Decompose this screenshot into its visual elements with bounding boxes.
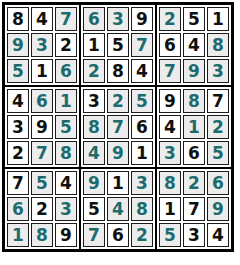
cell-r1c1[interactable]: 8 (7, 7, 29, 31)
cell-r5c5[interactable]: 7 (107, 115, 129, 139)
cell-r7c1[interactable]: 7 (7, 171, 29, 195)
cell-r5c7[interactable]: 4 (159, 115, 181, 139)
cell-r6c8[interactable]: 6 (183, 141, 205, 165)
cell-r4c8[interactable]: 8 (183, 89, 205, 113)
cell-r1c4[interactable]: 6 (83, 7, 105, 31)
cell-r8c2[interactable]: 2 (31, 197, 53, 221)
cell-r5c4[interactable]: 8 (83, 115, 105, 139)
cell-r8c9[interactable]: 9 (207, 197, 229, 221)
cell-r5c3[interactable]: 5 (55, 115, 77, 139)
cell-r8c7[interactable]: 1 (159, 197, 181, 221)
cell-r6c3[interactable]: 8 (55, 141, 77, 165)
cell-r5c9[interactable]: 2 (207, 115, 229, 139)
cell-r9c3[interactable]: 9 (55, 223, 77, 247)
cell-r2c9[interactable]: 8 (207, 33, 229, 57)
cell-r3c2[interactable]: 1 (31, 59, 53, 83)
cell-r5c2[interactable]: 9 (31, 115, 53, 139)
cell-r2c5[interactable]: 5 (107, 33, 129, 57)
sudoku-board: 8479325166391572842516487934613952783258… (2, 2, 234, 252)
box-r3c1: 754623189 (5, 169, 79, 249)
cell-r6c5[interactable]: 9 (107, 141, 129, 165)
box-r2c2: 325876491 (81, 87, 155, 167)
cell-r4c4[interactable]: 3 (83, 89, 105, 113)
cell-r8c8[interactable]: 7 (183, 197, 205, 221)
cell-r5c8[interactable]: 1 (183, 115, 205, 139)
cell-r4c9[interactable]: 7 (207, 89, 229, 113)
cell-r2c1[interactable]: 9 (7, 33, 29, 57)
cell-r8c6[interactable]: 8 (131, 197, 153, 221)
box-r1c2: 639157284 (81, 5, 155, 85)
cell-r4c6[interactable]: 5 (131, 89, 153, 113)
cell-r3c8[interactable]: 9 (183, 59, 205, 83)
cell-r4c2[interactable]: 6 (31, 89, 53, 113)
cell-r1c9[interactable]: 1 (207, 7, 229, 31)
cell-r8c1[interactable]: 6 (7, 197, 29, 221)
cell-r9c8[interactable]: 3 (183, 223, 205, 247)
cell-r3c4[interactable]: 2 (83, 59, 105, 83)
cell-r6c7[interactable]: 3 (159, 141, 181, 165)
cell-r7c4[interactable]: 9 (83, 171, 105, 195)
cell-r2c3[interactable]: 2 (55, 33, 77, 57)
cell-r3c7[interactable]: 7 (159, 59, 181, 83)
cell-r9c1[interactable]: 1 (7, 223, 29, 247)
cell-r1c8[interactable]: 5 (183, 7, 205, 31)
cell-r7c9[interactable]: 6 (207, 171, 229, 195)
cell-r5c1[interactable]: 3 (7, 115, 29, 139)
cell-r5c6[interactable]: 6 (131, 115, 153, 139)
cell-r6c1[interactable]: 2 (7, 141, 29, 165)
cell-r8c5[interactable]: 4 (107, 197, 129, 221)
box-r1c1: 847932516 (5, 5, 79, 85)
cell-r2c8[interactable]: 4 (183, 33, 205, 57)
box-r2c3: 987412365 (157, 87, 231, 167)
cell-r3c6[interactable]: 4 (131, 59, 153, 83)
cell-r9c6[interactable]: 2 (131, 223, 153, 247)
cell-r6c4[interactable]: 4 (83, 141, 105, 165)
box-r3c2: 913548762 (81, 169, 155, 249)
cell-r6c2[interactable]: 7 (31, 141, 53, 165)
box-r1c3: 251648793 (157, 5, 231, 85)
box-r3c3: 826179534 (157, 169, 231, 249)
cell-r7c7[interactable]: 8 (159, 171, 181, 195)
cell-r6c6[interactable]: 1 (131, 141, 153, 165)
cell-r2c6[interactable]: 7 (131, 33, 153, 57)
cell-r2c2[interactable]: 3 (31, 33, 53, 57)
cell-r9c4[interactable]: 7 (83, 223, 105, 247)
cell-r1c7[interactable]: 2 (159, 7, 181, 31)
cell-r9c7[interactable]: 5 (159, 223, 181, 247)
cell-r7c2[interactable]: 5 (31, 171, 53, 195)
cell-r9c5[interactable]: 6 (107, 223, 129, 247)
cell-r2c4[interactable]: 1 (83, 33, 105, 57)
cell-r7c5[interactable]: 1 (107, 171, 129, 195)
cell-r9c2[interactable]: 8 (31, 223, 53, 247)
cell-r3c9[interactable]: 3 (207, 59, 229, 83)
cell-r1c5[interactable]: 3 (107, 7, 129, 31)
cell-r3c3[interactable]: 6 (55, 59, 77, 83)
box-r2c1: 461395278 (5, 87, 79, 167)
cell-r1c3[interactable]: 7 (55, 7, 77, 31)
cell-r8c4[interactable]: 5 (83, 197, 105, 221)
cell-r7c8[interactable]: 2 (183, 171, 205, 195)
cell-r1c2[interactable]: 4 (31, 7, 53, 31)
cell-r3c1[interactable]: 5 (7, 59, 29, 83)
cell-r1c6[interactable]: 9 (131, 7, 153, 31)
cell-r3c5[interactable]: 8 (107, 59, 129, 83)
cell-r7c3[interactable]: 4 (55, 171, 77, 195)
cell-r7c6[interactable]: 3 (131, 171, 153, 195)
cell-r9c9[interactable]: 4 (207, 223, 229, 247)
cell-r6c9[interactable]: 5 (207, 141, 229, 165)
cell-r4c5[interactable]: 2 (107, 89, 129, 113)
cell-r2c7[interactable]: 6 (159, 33, 181, 57)
cell-r4c3[interactable]: 1 (55, 89, 77, 113)
cell-r8c3[interactable]: 3 (55, 197, 77, 221)
cell-r4c1[interactable]: 4 (7, 89, 29, 113)
cell-r4c7[interactable]: 9 (159, 89, 181, 113)
